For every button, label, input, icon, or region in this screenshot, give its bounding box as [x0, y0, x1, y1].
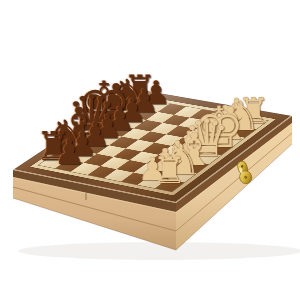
piece-white-knight: ♞	[224, 96, 260, 136]
piece-black-bishop: ♝	[57, 102, 101, 151]
piece-white-rook: ♜	[153, 153, 186, 190]
piece-black-pawn: ♟	[129, 86, 158, 119]
piece-black-pawn: ♟	[67, 127, 97, 161]
piece-black-rook: ♜	[123, 70, 157, 108]
piece-black-pawn: ♟	[93, 110, 123, 144]
piece-white-pawn: ♟	[164, 136, 192, 167]
piece-white-pawn: ♟	[223, 94, 250, 124]
piece-white-pawn: ♟	[212, 102, 239, 132]
piece-white-pawn: ♟	[151, 145, 179, 177]
piece-white-rook: ♜	[238, 93, 269, 128]
chess-pieces: ♜♞♝♛♚♝♞♜♟♟♟♟♟♟♟♟♟♟♟♟♟♟♟♟♜♞♝♛♚♝♞♜	[0, 0, 300, 300]
piece-black-bishop: ♝	[95, 78, 138, 126]
piece-white-queen: ♛	[184, 113, 230, 164]
piece-black-pawn: ♟	[80, 118, 110, 152]
piece-white-pawn: ♟	[138, 154, 166, 186]
piece-black-knight: ♞	[109, 74, 148, 117]
piece-black-pawn: ♟	[141, 78, 170, 111]
piece-black-king: ♚	[77, 74, 132, 135]
piece-white-bishop: ♝	[210, 101, 250, 146]
chess-set-photo: ♜♞♝♛♚♝♞♜♟♟♟♟♟♟♟♟♟♟♟♟♟♟♟♟♜♞♝♛♚♝♞♜	[0, 0, 300, 300]
piece-black-rook: ♜	[36, 127, 71, 167]
piece-black-pawn: ♟	[54, 135, 85, 169]
piece-black-knight: ♞	[46, 114, 86, 159]
piece-white-pawn: ♟	[176, 128, 204, 159]
piece-black-pawn: ♟	[105, 102, 135, 135]
piece-white-pawn: ♟	[200, 111, 227, 142]
piece-white-bishop: ♝	[174, 127, 215, 173]
piece-white-pawn: ♟	[188, 119, 216, 150]
piece-white-knight: ♞	[163, 139, 200, 181]
piece-black-pawn: ♟	[117, 93, 147, 126]
piece-white-king: ♚	[193, 99, 244, 156]
piece-black-queen: ♛	[67, 88, 116, 143]
